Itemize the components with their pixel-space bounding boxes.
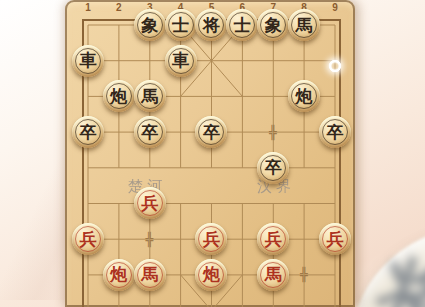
point-marker: ╬ bbox=[300, 268, 308, 281]
piece-red-soldier[interactable]: 兵 bbox=[195, 223, 227, 255]
piece-red-soldier[interactable]: 兵 bbox=[257, 223, 289, 255]
piece-black-cannon[interactable]: 炮 bbox=[103, 80, 135, 112]
piece-red-horse[interactable]: 馬 bbox=[257, 259, 289, 291]
piece-black-soldier[interactable]: 卒 bbox=[134, 116, 166, 148]
piece-black-soldier[interactable]: 卒 bbox=[72, 116, 104, 148]
point-marker: ╬ bbox=[146, 233, 154, 246]
piece-black-horse[interactable]: 馬 bbox=[134, 80, 166, 112]
piece-red-cannon[interactable]: 炮 bbox=[195, 259, 227, 291]
piece-black-horse[interactable]: 馬 bbox=[288, 9, 320, 41]
piece-black-advisor[interactable]: 士 bbox=[165, 9, 197, 41]
xiangqi-board[interactable]: 123456789 楚河 汉界 象士将士象馬車車炮馬炮卒卒卒卒卒兵兵兵兵兵炮馬炮… bbox=[65, 0, 355, 307]
piece-black-elephant[interactable]: 象 bbox=[257, 9, 289, 41]
board-grid: 象士将士象馬車車炮馬炮卒卒卒卒卒兵兵兵兵兵炮馬炮馬╬╬╬ bbox=[73, 7, 351, 307]
piece-black-chariot[interactable]: 車 bbox=[72, 45, 104, 77]
app-window: 将 123456789 楚河 汉界 象士将士象馬車車炮馬炮卒卒卒卒卒兵兵兵兵兵炮… bbox=[0, 0, 425, 307]
piece-black-chariot[interactable]: 車 bbox=[165, 45, 197, 77]
background-piece-glyph: 将 bbox=[366, 237, 425, 307]
piece-black-general[interactable]: 将 bbox=[195, 9, 227, 41]
piece-red-cannon[interactable]: 炮 bbox=[103, 259, 135, 291]
piece-red-horse[interactable]: 馬 bbox=[134, 259, 166, 291]
last-move-origin-dot bbox=[329, 59, 342, 72]
piece-black-elephant[interactable]: 象 bbox=[134, 9, 166, 41]
piece-black-soldier[interactable]: 卒 bbox=[195, 116, 227, 148]
piece-black-soldier[interactable]: 卒 bbox=[257, 152, 289, 184]
piece-red-soldier[interactable]: 兵 bbox=[134, 187, 166, 219]
point-marker: ╬ bbox=[269, 126, 277, 139]
piece-red-soldier[interactable]: 兵 bbox=[72, 223, 104, 255]
piece-black-advisor[interactable]: 士 bbox=[226, 9, 258, 41]
piece-red-soldier[interactable]: 兵 bbox=[319, 223, 351, 255]
piece-black-cannon[interactable]: 炮 bbox=[288, 80, 320, 112]
piece-black-soldier[interactable]: 卒 bbox=[319, 116, 351, 148]
background-piece-photo: 将 bbox=[352, 224, 425, 307]
